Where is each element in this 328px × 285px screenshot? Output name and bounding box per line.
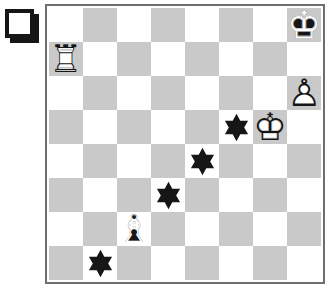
square-h4[interactable] (287, 144, 321, 178)
square-f1[interactable] (219, 246, 253, 280)
square-b7[interactable] (83, 42, 117, 76)
square-e6[interactable] (185, 76, 219, 110)
square-a5[interactable] (49, 110, 83, 144)
square-d1[interactable] (151, 246, 185, 280)
square-b5[interactable] (83, 110, 117, 144)
white-to-move-indicator (5, 9, 34, 38)
piece-black-king[interactable]: ♚♔ (287, 8, 321, 42)
square-a3[interactable] (49, 178, 83, 212)
square-a4[interactable] (49, 144, 83, 178)
star-marker-icon (154, 180, 183, 211)
square-a6[interactable] (49, 76, 83, 110)
square-b8[interactable] (83, 8, 117, 42)
square-c2[interactable]: ♝♗ (117, 212, 151, 246)
square-e3[interactable] (185, 178, 219, 212)
square-c7[interactable] (117, 42, 151, 76)
square-c8[interactable] (117, 8, 151, 42)
square-h6[interactable]: ♟♙ (287, 76, 321, 110)
square-a7[interactable]: ♜♖ (49, 42, 83, 76)
square-b6[interactable] (83, 76, 117, 110)
square-g7[interactable] (253, 42, 287, 76)
square-e1[interactable] (185, 246, 219, 280)
square-g5[interactable]: ♚♔ (253, 110, 287, 144)
square-f4[interactable] (219, 144, 253, 178)
square-b2[interactable] (83, 212, 117, 246)
square-d6[interactable] (151, 76, 185, 110)
square-c6[interactable] (117, 76, 151, 110)
square-b4[interactable] (83, 144, 117, 178)
star-marker-icon (222, 112, 251, 143)
square-d4[interactable] (151, 144, 185, 178)
square-h5[interactable] (287, 110, 321, 144)
piece-white-pawn[interactable]: ♟♙ (287, 76, 321, 110)
square-f3[interactable] (219, 178, 253, 212)
square-g4[interactable] (253, 144, 287, 178)
square-h2[interactable] (287, 212, 321, 246)
piece-white-rook[interactable]: ♜♖ (49, 42, 83, 76)
square-a2[interactable] (49, 212, 83, 246)
square-f8[interactable] (219, 8, 253, 42)
square-d8[interactable] (151, 8, 185, 42)
square-e2[interactable] (185, 212, 219, 246)
square-g2[interactable] (253, 212, 287, 246)
square-g1[interactable] (253, 246, 287, 280)
square-d5[interactable] (151, 110, 185, 144)
square-g3[interactable] (253, 178, 287, 212)
star-marker-icon (188, 146, 217, 177)
square-e4[interactable] (185, 144, 219, 178)
square-f5[interactable] (219, 110, 253, 144)
square-a1[interactable] (49, 246, 83, 280)
square-b1[interactable] (83, 246, 117, 280)
square-f7[interactable] (219, 42, 253, 76)
chess-board: ♚♔♜♖♟♙ ♚♔ ♝♗ (45, 4, 325, 284)
square-d2[interactable] (151, 212, 185, 246)
square-b3[interactable] (83, 178, 117, 212)
square-h1[interactable] (287, 246, 321, 280)
star-marker-icon (86, 248, 115, 279)
square-d3[interactable] (151, 178, 185, 212)
square-f2[interactable] (219, 212, 253, 246)
square-e5[interactable] (185, 110, 219, 144)
square-h8[interactable]: ♚♔ (287, 8, 321, 42)
square-e7[interactable] (185, 42, 219, 76)
piece-black-bishop[interactable]: ♝♗ (117, 212, 151, 246)
square-d7[interactable] (151, 42, 185, 76)
piece-white-king[interactable]: ♚♔ (253, 110, 287, 144)
square-h3[interactable] (287, 178, 321, 212)
square-c4[interactable] (117, 144, 151, 178)
square-c1[interactable] (117, 246, 151, 280)
square-e8[interactable] (185, 8, 219, 42)
square-c5[interactable] (117, 110, 151, 144)
square-g8[interactable] (253, 8, 287, 42)
square-f6[interactable] (219, 76, 253, 110)
